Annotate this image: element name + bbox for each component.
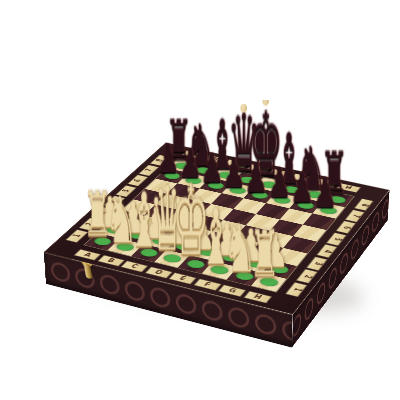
brass-clasp-icon (78, 251, 96, 284)
cream-finial (263, 96, 270, 106)
chess-board-box: ABCDEFGH ABCDEFGH 87654321 87654321 ♜♞♝♛… (44, 143, 390, 315)
piece-white-rook-h1: ♜ (240, 223, 289, 287)
scene: ABCDEFGH ABCDEFGH 87654321 87654321 ♜♞♝♛… (0, 0, 400, 400)
plaque-rank-6: 6 (334, 220, 357, 235)
product-photo: ABCDEFGH ABCDEFGH 87654321 87654321 ♜♞♝♛… (0, 0, 400, 400)
piece-black-pawn-h7: ♟ (301, 173, 349, 215)
square-h1: ♜ (251, 273, 287, 292)
